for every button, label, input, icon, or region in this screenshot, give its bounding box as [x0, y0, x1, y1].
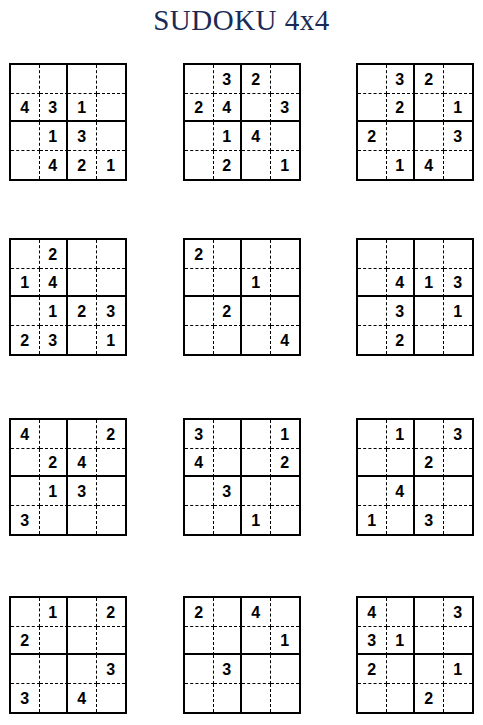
- puzzle-3-cell-r1c1-empty[interactable]: [358, 65, 387, 94]
- puzzle-6: 413312: [356, 238, 474, 356]
- puzzle-12-cell-r4c3-given[interactable]: 2: [415, 684, 444, 713]
- puzzle-10-cell-r1c2-given[interactable]: 1: [40, 598, 69, 627]
- puzzle-12-cell-r3c3-empty[interactable]: [415, 655, 444, 684]
- puzzle-7-cell-r4c1-given[interactable]: 3: [11, 506, 40, 535]
- puzzle-8-cell-r2c3-empty[interactable]: [242, 449, 271, 478]
- puzzle-3-cell-r3c4-given[interactable]: 3: [444, 122, 473, 151]
- puzzle-6-cell-r2c3-given[interactable]: 1: [415, 269, 444, 298]
- puzzle-8-cell-r4c1-empty[interactable]: [185, 506, 214, 535]
- puzzle-7-cell-r3c1-empty[interactable]: [11, 477, 40, 506]
- puzzle-1: 43113421: [9, 63, 127, 181]
- puzzle-3-cell-r2c4-given[interactable]: 1: [444, 94, 473, 123]
- puzzle-2-cell-r1c1-empty[interactable]: [185, 65, 214, 94]
- puzzle-4-cell-r4c4-given[interactable]: 1: [97, 326, 126, 355]
- puzzle-3-cell-r3c3-empty[interactable]: [415, 122, 444, 151]
- puzzle-5-cell-r4c1-empty[interactable]: [185, 326, 214, 355]
- puzzle-3-cell-r1c2-given[interactable]: 3: [387, 65, 416, 94]
- puzzle-8-cell-r1c3-empty[interactable]: [242, 420, 271, 449]
- puzzle-11-cell-r4c3-empty[interactable]: [242, 684, 271, 713]
- puzzle-7-cell-r1c2-empty[interactable]: [40, 420, 69, 449]
- puzzle-12-cell-r1c3-empty[interactable]: [415, 598, 444, 627]
- puzzle-11-cell-r2c2-empty[interactable]: [214, 627, 243, 656]
- puzzle-2: 322431421: [183, 63, 301, 181]
- puzzle-10-cell-r4c2-empty[interactable]: [40, 684, 69, 713]
- puzzle-4-cell-r3c3-given[interactable]: 2: [68, 297, 97, 326]
- puzzle-11-cell-r1c3-given[interactable]: 4: [242, 598, 271, 627]
- puzzle-3-cell-r1c4-empty[interactable]: [444, 65, 473, 94]
- puzzle-11-cell-r1c1-given[interactable]: 2: [185, 598, 214, 627]
- puzzle-8-cell-r2c2-empty[interactable]: [214, 449, 243, 478]
- puzzle-7-cell-r3c2-given[interactable]: 1: [40, 477, 69, 506]
- puzzle-3-cell-r1c3-given[interactable]: 2: [415, 65, 444, 94]
- puzzle-1-cell-r1c2-empty[interactable]: [40, 65, 69, 94]
- sudoku-worksheet-page: SUDOKU 4x4 43113421 322431421 32212314 2…: [0, 0, 483, 725]
- puzzle-5-cell-r1c3-empty[interactable]: [242, 240, 271, 269]
- puzzle-5-cell-r3c2-given[interactable]: 2: [214, 297, 243, 326]
- puzzle-5-cell-r1c1-given[interactable]: 2: [185, 240, 214, 269]
- puzzle-9-cell-r4c4-empty[interactable]: [444, 506, 473, 535]
- puzzle-6-cell-r2c2-given[interactable]: 4: [387, 269, 416, 298]
- puzzle-8-cell-r2c1-given[interactable]: 4: [185, 449, 214, 478]
- puzzle-8-cell-r1c2-empty[interactable]: [214, 420, 243, 449]
- puzzle-4-cell-r3c4-given[interactable]: 3: [97, 297, 126, 326]
- puzzle-7-cell-r4c2-empty[interactable]: [40, 506, 69, 535]
- puzzle-4-cell-r2c2-given[interactable]: 4: [40, 269, 69, 298]
- puzzle-6-cell-r4c1-empty[interactable]: [358, 326, 387, 355]
- puzzle-8-cell-r4c3-given[interactable]: 1: [242, 506, 271, 535]
- puzzle-8-cell-r2c4-given[interactable]: 2: [271, 449, 300, 478]
- puzzle-11-cell-r2c4-given[interactable]: 1: [271, 627, 300, 656]
- puzzle-12-cell-r1c4-given[interactable]: 3: [444, 598, 473, 627]
- puzzle-4-cell-r3c1-empty[interactable]: [11, 297, 40, 326]
- puzzle-4-cell-r2c3-empty[interactable]: [68, 269, 97, 298]
- puzzle-11: 2413: [183, 596, 301, 714]
- puzzle-4-cell-r3c2-given[interactable]: 1: [40, 297, 69, 326]
- puzzle-9: 132413: [356, 418, 474, 536]
- puzzle-5-cell-r1c4-empty[interactable]: [271, 240, 300, 269]
- puzzle-9-cell-r4c2-empty[interactable]: [387, 506, 416, 535]
- puzzle-1-cell-r3c1-empty[interactable]: [11, 122, 40, 151]
- puzzle-6-cell-r1c2-empty[interactable]: [387, 240, 416, 269]
- puzzle-6-cell-r3c2-given[interactable]: 3: [387, 297, 416, 326]
- puzzle-3-cell-r2c3-empty[interactable]: [415, 94, 444, 123]
- puzzle-8-cell-r1c1-given[interactable]: 3: [185, 420, 214, 449]
- puzzle-10-cell-r4c3-given[interactable]: 4: [68, 684, 97, 713]
- puzzle-11-cell-r4c1-empty[interactable]: [185, 684, 214, 713]
- puzzle-10-cell-r1c3-empty[interactable]: [68, 598, 97, 627]
- puzzle-7: 4224133: [9, 418, 127, 536]
- puzzle-5-cell-r4c2-empty[interactable]: [214, 326, 243, 355]
- puzzle-9-cell-r3c4-empty[interactable]: [444, 477, 473, 506]
- puzzle-11-cell-r4c4-empty[interactable]: [271, 684, 300, 713]
- puzzle-4-cell-r1c1-empty[interactable]: [11, 240, 40, 269]
- puzzle-10-cell-r2c2-empty[interactable]: [40, 627, 69, 656]
- puzzle-11-cell-r1c4-empty[interactable]: [271, 598, 300, 627]
- puzzle-2-cell-r4c1-empty[interactable]: [185, 151, 214, 180]
- puzzle-1-cell-r1c4-empty[interactable]: [97, 65, 126, 94]
- puzzle-3-cell-r4c2-given[interactable]: 1: [387, 151, 416, 180]
- puzzle-12: 4331212: [356, 596, 474, 714]
- puzzle-10-cell-r3c4-given[interactable]: 3: [97, 655, 126, 684]
- puzzle-10-cell-r2c1-given[interactable]: 2: [11, 627, 40, 656]
- puzzle-6-cell-r4c3-empty[interactable]: [415, 326, 444, 355]
- puzzle-12-cell-r4c2-empty[interactable]: [387, 684, 416, 713]
- puzzle-9-cell-r1c2-given[interactable]: 1: [387, 420, 416, 449]
- puzzle-5-cell-r2c2-empty[interactable]: [214, 269, 243, 298]
- puzzle-4-cell-r1c3-empty[interactable]: [68, 240, 97, 269]
- puzzle-12-cell-r2c4-empty[interactable]: [444, 627, 473, 656]
- puzzle-5-cell-r4c4-given[interactable]: 4: [271, 326, 300, 355]
- puzzle-3-cell-r2c2-given[interactable]: 2: [387, 94, 416, 123]
- puzzle-11-cell-r3c3-empty[interactable]: [242, 655, 271, 684]
- puzzle-1-cell-r2c4-empty[interactable]: [97, 94, 126, 123]
- puzzle-5-cell-r2c3-given[interactable]: 1: [242, 269, 271, 298]
- puzzle-1-cell-r3c3-given[interactable]: 3: [68, 122, 97, 151]
- puzzle-10-cell-r1c4-given[interactable]: 2: [97, 598, 126, 627]
- puzzle-6-cell-r4c2-given[interactable]: 2: [387, 326, 416, 355]
- puzzle-6-cell-r1c1-empty[interactable]: [358, 240, 387, 269]
- puzzle-9-cell-r2c4-empty[interactable]: [444, 449, 473, 478]
- puzzle-8-cell-r4c4-empty[interactable]: [271, 506, 300, 535]
- puzzle-1-cell-r4c4-given[interactable]: 1: [97, 151, 126, 180]
- puzzle-7-cell-r2c1-empty[interactable]: [11, 449, 40, 478]
- puzzle-12-cell-r2c3-empty[interactable]: [415, 627, 444, 656]
- puzzle-9-cell-r2c1-empty[interactable]: [358, 449, 387, 478]
- puzzle-4-cell-r1c2-given[interactable]: 2: [40, 240, 69, 269]
- puzzle-9-cell-r4c3-given[interactable]: 3: [415, 506, 444, 535]
- puzzle-5-cell-r4c3-empty[interactable]: [242, 326, 271, 355]
- puzzle-3: 32212314: [356, 63, 474, 181]
- puzzle-8-cell-r3c3-empty[interactable]: [242, 477, 271, 506]
- puzzle-7-cell-r3c4-empty[interactable]: [97, 477, 126, 506]
- puzzle-6-cell-r2c4-given[interactable]: 3: [444, 269, 473, 298]
- puzzle-11-cell-r3c4-empty[interactable]: [271, 655, 300, 684]
- puzzle-6-cell-r1c4-empty[interactable]: [444, 240, 473, 269]
- puzzle-10-cell-r4c4-empty[interactable]: [97, 684, 126, 713]
- puzzle-10-cell-r2c3-empty[interactable]: [68, 627, 97, 656]
- puzzle-3-cell-r4c3-given[interactable]: 4: [415, 151, 444, 180]
- page-title: SUDOKU 4x4: [0, 4, 483, 37]
- puzzle-10: 122334: [9, 596, 127, 714]
- puzzle-9-cell-r1c3-empty[interactable]: [415, 420, 444, 449]
- puzzle-1-cell-r4c2-given[interactable]: 4: [40, 151, 69, 180]
- puzzle-10-cell-r3c2-empty[interactable]: [40, 655, 69, 684]
- puzzle-8-cell-r4c2-empty[interactable]: [214, 506, 243, 535]
- puzzle-12-cell-r4c4-empty[interactable]: [444, 684, 473, 713]
- puzzle-7-cell-r2c2-given[interactable]: 2: [40, 449, 69, 478]
- puzzle-3-cell-r4c4-empty[interactable]: [444, 151, 473, 180]
- puzzle-10-cell-r2c4-empty[interactable]: [97, 627, 126, 656]
- puzzle-8-cell-r3c2-given[interactable]: 3: [214, 477, 243, 506]
- puzzle-12-cell-r3c4-given[interactable]: 1: [444, 655, 473, 684]
- puzzle-2-cell-r2c1-given[interactable]: 2: [185, 94, 214, 123]
- puzzle-1-cell-r1c3-empty[interactable]: [68, 65, 97, 94]
- puzzle-12-cell-r3c1-given[interactable]: 2: [358, 655, 387, 684]
- puzzle-6-cell-r1c3-empty[interactable]: [415, 240, 444, 269]
- puzzle-7-cell-r1c1-given[interactable]: 4: [11, 420, 40, 449]
- puzzle-4: 214123231: [9, 238, 127, 356]
- puzzle-11-cell-r3c2-given[interactable]: 3: [214, 655, 243, 684]
- puzzle-3-cell-r3c1-given[interactable]: 2: [358, 122, 387, 151]
- puzzle-10-cell-r3c1-empty[interactable]: [11, 655, 40, 684]
- puzzle-10-cell-r4c1-given[interactable]: 3: [11, 684, 40, 713]
- puzzle-1-cell-r3c4-empty[interactable]: [97, 122, 126, 151]
- puzzle-12-cell-r1c1-given[interactable]: 4: [358, 598, 387, 627]
- puzzle-8-cell-r1c4-given[interactable]: 1: [271, 420, 300, 449]
- puzzle-2-cell-r2c4-given[interactable]: 3: [271, 94, 300, 123]
- puzzle-4-cell-r4c1-given[interactable]: 2: [11, 326, 40, 355]
- puzzle-1-cell-r4c3-given[interactable]: 2: [68, 151, 97, 180]
- puzzle-11-cell-r1c2-empty[interactable]: [214, 598, 243, 627]
- puzzle-5-cell-r1c2-empty[interactable]: [214, 240, 243, 269]
- puzzle-5-cell-r3c1-empty[interactable]: [185, 297, 214, 326]
- puzzle-2-cell-r1c2-given[interactable]: 3: [214, 65, 243, 94]
- puzzle-1-cell-r4c1-empty[interactable]: [11, 151, 40, 180]
- puzzle-12-cell-r2c2-given[interactable]: 1: [387, 627, 416, 656]
- puzzle-7-cell-r4c4-empty[interactable]: [97, 506, 126, 535]
- puzzle-3-cell-r3c2-empty[interactable]: [387, 122, 416, 151]
- puzzle-9-cell-r1c4-given[interactable]: 3: [444, 420, 473, 449]
- puzzle-4-cell-r1c4-empty[interactable]: [97, 240, 126, 269]
- puzzle-4-cell-r4c2-given[interactable]: 3: [40, 326, 69, 355]
- puzzle-10-cell-r3c3-empty[interactable]: [68, 655, 97, 684]
- puzzle-4-cell-r4c3-empty[interactable]: [68, 326, 97, 355]
- puzzle-1-cell-r2c1-given[interactable]: 4: [11, 94, 40, 123]
- puzzle-1-cell-r1c1-empty[interactable]: [11, 65, 40, 94]
- puzzle-8: 314231: [183, 418, 301, 536]
- puzzle-7-cell-r1c4-given[interactable]: 2: [97, 420, 126, 449]
- puzzle-9-cell-r3c3-empty[interactable]: [415, 477, 444, 506]
- puzzle-11-cell-r2c1-empty[interactable]: [185, 627, 214, 656]
- puzzle-2-cell-r4c2-given[interactable]: 2: [214, 151, 243, 180]
- puzzle-12-cell-r2c1-given[interactable]: 3: [358, 627, 387, 656]
- puzzle-9-cell-r1c1-empty[interactable]: [358, 420, 387, 449]
- puzzle-8-cell-r3c1-empty[interactable]: [185, 477, 214, 506]
- puzzle-9-cell-r3c1-empty[interactable]: [358, 477, 387, 506]
- puzzle-2-cell-r1c3-given[interactable]: 2: [242, 65, 271, 94]
- puzzle-2-cell-r2c3-empty[interactable]: [242, 94, 271, 123]
- puzzle-5-cell-r2c4-empty[interactable]: [271, 269, 300, 298]
- puzzle-12-cell-r4c1-empty[interactable]: [358, 684, 387, 713]
- puzzle-9-cell-r2c3-given[interactable]: 2: [415, 449, 444, 478]
- puzzle-7-cell-r3c3-given[interactable]: 3: [68, 477, 97, 506]
- puzzle-11-cell-r3c1-empty[interactable]: [185, 655, 214, 684]
- puzzle-2-cell-r2c2-given[interactable]: 4: [214, 94, 243, 123]
- puzzle-7-cell-r4c3-empty[interactable]: [68, 506, 97, 535]
- puzzle-1-cell-r2c3-given[interactable]: 1: [68, 94, 97, 123]
- puzzle-2-cell-r4c4-given[interactable]: 1: [271, 151, 300, 180]
- puzzle-1-cell-r3c2-given[interactable]: 1: [40, 122, 69, 151]
- puzzle-6-cell-r3c3-empty[interactable]: [415, 297, 444, 326]
- puzzle-8-cell-r3c4-empty[interactable]: [271, 477, 300, 506]
- puzzle-2-cell-r1c4-empty[interactable]: [271, 65, 300, 94]
- puzzle-12-cell-r1c2-empty[interactable]: [387, 598, 416, 627]
- puzzle-4-cell-r2c4-empty[interactable]: [97, 269, 126, 298]
- puzzle-1-cell-r2c2-given[interactable]: 3: [40, 94, 69, 123]
- puzzle-5: 2124: [183, 238, 301, 356]
- puzzle-4-cell-r2c1-given[interactable]: 1: [11, 269, 40, 298]
- puzzle-7-cell-r2c4-empty[interactable]: [97, 449, 126, 478]
- puzzle-6-cell-r3c4-given[interactable]: 1: [444, 297, 473, 326]
- puzzle-9-cell-r4c1-given[interactable]: 1: [358, 506, 387, 535]
- puzzle-2-cell-r3c1-empty[interactable]: [185, 122, 214, 151]
- puzzle-10-cell-r1c1-empty[interactable]: [11, 598, 40, 627]
- puzzle-2-cell-r4c3-empty[interactable]: [242, 151, 271, 180]
- puzzle-2-cell-r3c2-given[interactable]: 1: [214, 122, 243, 151]
- puzzle-9-cell-r2c2-empty[interactable]: [387, 449, 416, 478]
- puzzle-2-cell-r3c4-empty[interactable]: [271, 122, 300, 151]
- puzzle-6-cell-r4c4-empty[interactable]: [444, 326, 473, 355]
- puzzle-11-cell-r4c2-empty[interactable]: [214, 684, 243, 713]
- puzzle-2-cell-r3c3-given[interactable]: 4: [242, 122, 271, 151]
- puzzle-6-cell-r2c1-empty[interactable]: [358, 269, 387, 298]
- puzzle-7-cell-r1c3-empty[interactable]: [68, 420, 97, 449]
- puzzle-12-cell-r3c2-empty[interactable]: [387, 655, 416, 684]
- puzzle-6-cell-r3c1-empty[interactable]: [358, 297, 387, 326]
- puzzle-3-cell-r2c1-empty[interactable]: [358, 94, 387, 123]
- puzzle-5-cell-r2c1-empty[interactable]: [185, 269, 214, 298]
- puzzle-5-cell-r3c3-empty[interactable]: [242, 297, 271, 326]
- puzzle-3-cell-r4c1-empty[interactable]: [358, 151, 387, 180]
- puzzle-5-cell-r3c4-empty[interactable]: [271, 297, 300, 326]
- puzzle-7-cell-r2c3-given[interactable]: 4: [68, 449, 97, 478]
- puzzle-9-cell-r3c2-given[interactable]: 4: [387, 477, 416, 506]
- puzzle-11-cell-r2c3-empty[interactable]: [242, 627, 271, 656]
